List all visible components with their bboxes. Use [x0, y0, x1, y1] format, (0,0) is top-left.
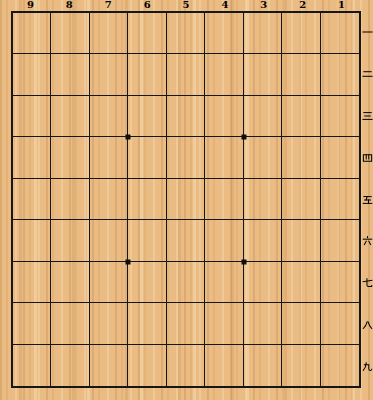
board-cell-5一[interactable]: [167, 13, 205, 54]
board-cell-2一[interactable]: [282, 13, 320, 54]
file-label-1: 1: [322, 0, 361, 11]
board-cell-1一[interactable]: [321, 13, 359, 54]
kanji-一-glyph: [362, 26, 373, 38]
board-cell-2五[interactable]: [282, 179, 320, 220]
board-cell-6七[interactable]: [128, 262, 166, 303]
board-cell-1二[interactable]: [321, 54, 359, 95]
board-cell-9五[interactable]: [13, 179, 51, 220]
board-cell-7六[interactable]: [90, 220, 128, 261]
board-cell-4五[interactable]: [205, 179, 243, 220]
rank-labels: [362, 11, 373, 388]
rank-label-3: [362, 95, 373, 137]
board-cell-9七[interactable]: [13, 262, 51, 303]
board-cell-9四[interactable]: [13, 137, 51, 178]
board-cell-4七[interactable]: [205, 262, 243, 303]
board-cell-1四[interactable]: [321, 137, 359, 178]
board-cell-8五[interactable]: [51, 179, 89, 220]
kanji-九-glyph: [362, 361, 373, 373]
board-cell-5七[interactable]: [167, 262, 205, 303]
kanji-二-glyph: [362, 68, 373, 80]
rank-label-5: [362, 179, 373, 221]
kanji-四-glyph: [362, 152, 373, 164]
board-cell-7四[interactable]: [90, 137, 128, 178]
board-cell-8九[interactable]: [51, 345, 89, 386]
board-cell-2六[interactable]: [282, 220, 320, 261]
board-cell-7七[interactable]: [90, 262, 128, 303]
board-cell-1九[interactable]: [321, 345, 359, 386]
board-cell-4二[interactable]: [205, 54, 243, 95]
file-label-5: 5: [167, 0, 206, 11]
board-cell-7九[interactable]: [90, 345, 128, 386]
board-cell-3八[interactable]: [244, 303, 282, 344]
board-cell-8六[interactable]: [51, 220, 89, 261]
board-cell-6五[interactable]: [128, 179, 166, 220]
board-cell-1八[interactable]: [321, 303, 359, 344]
kanji-八-glyph: [362, 319, 373, 331]
board-cell-1三[interactable]: [321, 96, 359, 137]
board-cell-6四[interactable]: [128, 137, 166, 178]
board-cell-8一[interactable]: [51, 13, 89, 54]
board-cell-3一[interactable]: [244, 13, 282, 54]
board-cell-5二[interactable]: [167, 54, 205, 95]
star-point-icon: [241, 135, 246, 140]
rank-label-6: [362, 220, 373, 262]
board-cell-1七[interactable]: [321, 262, 359, 303]
shogi-board: [11, 11, 361, 388]
board-cell-1六[interactable]: [321, 220, 359, 261]
board-cell-3六[interactable]: [244, 220, 282, 261]
board-cell-2三[interactable]: [282, 96, 320, 137]
rank-label-7: [362, 262, 373, 304]
rank-label-8: [362, 304, 373, 346]
file-label-7: 7: [89, 0, 128, 11]
board-cell-2二[interactable]: [282, 54, 320, 95]
star-point-icon: [126, 135, 131, 140]
board-cell-9二[interactable]: [13, 54, 51, 95]
board-cell-6二[interactable]: [128, 54, 166, 95]
board-cell-8七[interactable]: [51, 262, 89, 303]
board-cell-7一[interactable]: [90, 13, 128, 54]
file-label-4: 4: [205, 0, 244, 11]
board-cell-4六[interactable]: [205, 220, 243, 261]
board-cell-7五[interactable]: [90, 179, 128, 220]
rank-label-2: [362, 53, 373, 95]
board-cell-6八[interactable]: [128, 303, 166, 344]
board-cell-7二[interactable]: [90, 54, 128, 95]
board-cell-3二[interactable]: [244, 54, 282, 95]
star-point-icon: [126, 259, 131, 264]
board-cell-5五[interactable]: [167, 179, 205, 220]
file-label-3: 3: [244, 0, 283, 11]
board-cell-4八[interactable]: [205, 303, 243, 344]
board-cell-8二[interactable]: [51, 54, 89, 95]
file-label-9: 9: [11, 0, 50, 11]
board-cell-2七[interactable]: [282, 262, 320, 303]
board-cell-9一[interactable]: [13, 13, 51, 54]
board-cell-6三[interactable]: [128, 96, 166, 137]
board-cell-6九[interactable]: [128, 345, 166, 386]
board-cell-2四[interactable]: [282, 137, 320, 178]
board-cell-7八[interactable]: [90, 303, 128, 344]
board-cell-1五[interactable]: [321, 179, 359, 220]
rank-label-4: [362, 137, 373, 179]
board-cell-8八[interactable]: [51, 303, 89, 344]
board-cell-3五[interactable]: [244, 179, 282, 220]
file-label-8: 8: [50, 0, 89, 11]
board-cell-6六[interactable]: [128, 220, 166, 261]
board-cell-3四[interactable]: [244, 137, 282, 178]
board-cell-9八[interactable]: [13, 303, 51, 344]
board-cell-4九[interactable]: [205, 345, 243, 386]
file-label-6: 6: [128, 0, 167, 11]
board-cell-4四[interactable]: [205, 137, 243, 178]
board-cell-8四[interactable]: [51, 137, 89, 178]
board-cell-2八[interactable]: [282, 303, 320, 344]
board-cell-8三[interactable]: [51, 96, 89, 137]
board-cell-3三[interactable]: [244, 96, 282, 137]
kanji-五-glyph: [362, 194, 373, 206]
board-cell-5八[interactable]: [167, 303, 205, 344]
board-cell-3九[interactable]: [244, 345, 282, 386]
board-cell-6一[interactable]: [128, 13, 166, 54]
board-cell-9三[interactable]: [13, 96, 51, 137]
board-cell-2九[interactable]: [282, 345, 320, 386]
file-labels: 987654321: [11, 0, 361, 11]
board-cell-5九[interactable]: [167, 345, 205, 386]
board-cell-9九[interactable]: [13, 345, 51, 386]
board-cell-7三[interactable]: [90, 96, 128, 137]
board-cell-9六[interactable]: [13, 220, 51, 261]
board-cell-4一[interactable]: [205, 13, 243, 54]
board-cell-5三[interactable]: [167, 96, 205, 137]
board-cell-5四[interactable]: [167, 137, 205, 178]
shogi-board-screen: 987654321: [0, 0, 373, 400]
kanji-七-glyph: [362, 277, 373, 289]
board-cell-4三[interactable]: [205, 96, 243, 137]
board-cell-5六[interactable]: [167, 220, 205, 261]
rank-label-1: [362, 11, 373, 53]
rank-label-9: [362, 346, 373, 388]
kanji-三-glyph: [362, 110, 373, 122]
board-cell-3七[interactable]: [244, 262, 282, 303]
star-point-icon: [241, 259, 246, 264]
kanji-六-glyph: [362, 235, 373, 247]
file-label-2: 2: [283, 0, 322, 11]
